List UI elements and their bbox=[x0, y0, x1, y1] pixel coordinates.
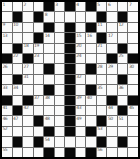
clue-number: 44 bbox=[108, 105, 113, 110]
white-cell[interactable] bbox=[13, 64, 23, 73]
white-cell[interactable] bbox=[23, 33, 33, 42]
white-cell[interactable]: 22 bbox=[13, 54, 23, 63]
white-cell[interactable]: 54 bbox=[44, 137, 54, 146]
black-cell bbox=[65, 44, 75, 53]
black-cell bbox=[97, 137, 107, 146]
black-cell bbox=[44, 127, 54, 136]
white-cell[interactable] bbox=[76, 23, 86, 32]
white-cell[interactable] bbox=[118, 33, 128, 42]
white-cell[interactable]: 32 bbox=[76, 75, 86, 84]
white-cell[interactable] bbox=[55, 85, 65, 94]
white-cell[interactable]: 51 bbox=[118, 116, 128, 125]
black-cell bbox=[2, 96, 12, 105]
white-cell[interactable] bbox=[34, 75, 44, 84]
white-cell[interactable]: 3 bbox=[55, 2, 65, 11]
white-cell[interactable] bbox=[128, 33, 138, 42]
clue-number: 12 bbox=[118, 22, 123, 27]
white-cell[interactable] bbox=[128, 148, 138, 157]
white-cell[interactable]: 29 bbox=[107, 64, 117, 73]
clue-number: 30 bbox=[129, 64, 134, 69]
white-cell[interactable]: 41 bbox=[2, 106, 12, 115]
white-cell[interactable] bbox=[34, 127, 44, 136]
black-cell bbox=[65, 148, 75, 157]
black-cell bbox=[44, 23, 54, 32]
black-cell bbox=[118, 137, 128, 146]
black-cell bbox=[86, 85, 96, 94]
black-cell bbox=[34, 12, 44, 21]
clue-number: 36 bbox=[118, 85, 123, 90]
white-cell[interactable] bbox=[86, 137, 96, 146]
white-cell[interactable]: 53 bbox=[97, 127, 107, 136]
white-cell[interactable]: 14 bbox=[44, 33, 54, 42]
white-cell[interactable] bbox=[55, 12, 65, 21]
white-cell[interactable] bbox=[13, 96, 23, 105]
white-cell[interactable] bbox=[65, 137, 75, 146]
clue-number: 31 bbox=[24, 74, 29, 79]
white-cell[interactable] bbox=[23, 148, 33, 157]
white-cell[interactable]: 27 bbox=[23, 64, 33, 73]
white-cell[interactable] bbox=[23, 12, 33, 21]
black-cell bbox=[118, 75, 128, 84]
clue-number: 32 bbox=[76, 74, 81, 79]
black-cell bbox=[128, 96, 138, 105]
white-cell[interactable] bbox=[34, 2, 44, 11]
white-cell[interactable]: 36 bbox=[118, 85, 128, 94]
clue-number: 27 bbox=[24, 64, 29, 69]
white-cell[interactable] bbox=[86, 116, 96, 125]
clue-number: 20 bbox=[76, 43, 81, 48]
white-cell[interactable] bbox=[34, 23, 44, 32]
black-cell bbox=[13, 75, 23, 84]
white-cell[interactable] bbox=[34, 85, 44, 94]
white-cell[interactable]: 12 bbox=[118, 23, 128, 32]
clue-number: 48 bbox=[45, 116, 50, 121]
clue-number: 45 bbox=[129, 105, 134, 110]
white-cell[interactable]: 20 bbox=[76, 44, 86, 53]
white-cell[interactable] bbox=[118, 127, 128, 136]
white-cell[interactable] bbox=[44, 54, 54, 63]
clue-number: 47 bbox=[13, 116, 18, 121]
black-cell bbox=[86, 23, 96, 32]
white-cell[interactable]: 16 bbox=[86, 33, 96, 42]
white-cell[interactable] bbox=[55, 127, 65, 136]
white-cell[interactable] bbox=[55, 75, 65, 84]
black-cell bbox=[97, 33, 107, 42]
clue-number: 23 bbox=[34, 53, 39, 58]
black-cell bbox=[86, 127, 96, 136]
clue-number: 39 bbox=[76, 95, 81, 100]
white-cell[interactable] bbox=[34, 106, 44, 115]
white-cell[interactable] bbox=[128, 44, 138, 53]
clue-number: 38 bbox=[45, 95, 50, 100]
white-cell[interactable]: 50 bbox=[107, 116, 117, 125]
white-cell[interactable]: 2 bbox=[23, 2, 33, 11]
crossword-grid: 1234567891011121314151617181920212223242… bbox=[0, 0, 140, 159]
clue-number: 13 bbox=[3, 33, 8, 38]
black-cell bbox=[13, 137, 23, 146]
clue-number: 54 bbox=[45, 137, 50, 142]
white-cell[interactable]: 31 bbox=[23, 75, 33, 84]
white-cell[interactable] bbox=[55, 116, 65, 125]
clue-number: 55 bbox=[3, 147, 8, 152]
black-cell bbox=[65, 127, 75, 136]
white-cell[interactable]: 34 bbox=[13, 85, 23, 94]
clue-number: 37 bbox=[34, 95, 39, 100]
clue-number: 4 bbox=[76, 2, 78, 7]
white-cell[interactable] bbox=[2, 12, 12, 21]
black-cell bbox=[65, 75, 75, 84]
white-cell[interactable] bbox=[107, 148, 117, 157]
black-cell bbox=[2, 54, 12, 63]
black-cell bbox=[86, 64, 96, 73]
white-cell[interactable]: 19 bbox=[34, 44, 44, 53]
white-cell[interactable] bbox=[118, 64, 128, 73]
black-cell bbox=[128, 54, 138, 63]
black-cell bbox=[13, 106, 23, 115]
white-cell[interactable] bbox=[55, 106, 65, 115]
clue-number: 34 bbox=[13, 85, 18, 90]
white-cell[interactable]: 45 bbox=[128, 106, 138, 115]
white-cell[interactable]: 35 bbox=[97, 85, 107, 94]
white-cell[interactable] bbox=[34, 64, 44, 73]
white-cell[interactable] bbox=[76, 12, 86, 21]
clue-number: 42 bbox=[24, 105, 29, 110]
white-cell[interactable] bbox=[13, 127, 23, 136]
clue-number: 49 bbox=[76, 116, 81, 121]
black-cell bbox=[65, 106, 75, 115]
black-cell bbox=[97, 116, 107, 125]
white-cell[interactable] bbox=[55, 44, 65, 53]
white-cell[interactable] bbox=[76, 148, 86, 157]
white-cell[interactable]: 8 bbox=[44, 12, 54, 21]
white-cell[interactable] bbox=[76, 85, 86, 94]
white-cell[interactable] bbox=[76, 127, 86, 136]
white-cell[interactable] bbox=[23, 127, 33, 136]
white-cell[interactable]: 43 bbox=[76, 106, 86, 115]
white-cell[interactable]: 10 bbox=[13, 23, 23, 32]
white-cell[interactable] bbox=[86, 12, 96, 21]
white-cell[interactable]: 17 bbox=[107, 33, 117, 42]
white-cell[interactable] bbox=[107, 85, 117, 94]
white-cell[interactable] bbox=[86, 54, 96, 63]
white-cell[interactable] bbox=[44, 106, 54, 115]
white-cell[interactable]: 56 bbox=[97, 148, 107, 157]
white-cell[interactable] bbox=[86, 106, 96, 115]
clue-number: 29 bbox=[108, 64, 113, 69]
white-cell[interactable] bbox=[76, 64, 86, 73]
white-cell[interactable]: 55 bbox=[2, 148, 12, 157]
black-cell bbox=[65, 2, 75, 11]
white-cell[interactable] bbox=[128, 75, 138, 84]
black-cell bbox=[23, 54, 33, 63]
white-cell[interactable] bbox=[128, 137, 138, 146]
white-cell[interactable] bbox=[55, 148, 65, 157]
clue-number: 53 bbox=[97, 126, 102, 131]
white-cell[interactable]: 5 bbox=[97, 2, 107, 11]
clue-number: 7 bbox=[129, 2, 131, 7]
white-cell[interactable] bbox=[118, 2, 128, 11]
clue-number: 3 bbox=[55, 2, 57, 7]
white-cell[interactable]: 15 bbox=[76, 33, 86, 42]
white-cell[interactable] bbox=[34, 148, 44, 157]
black-cell bbox=[13, 44, 23, 53]
clue-number: 40 bbox=[87, 95, 92, 100]
clue-number: 43 bbox=[76, 105, 81, 110]
white-cell[interactable]: 40 bbox=[86, 96, 96, 105]
black-cell bbox=[65, 64, 75, 73]
white-cell[interactable] bbox=[23, 85, 33, 94]
black-cell bbox=[118, 12, 128, 21]
white-cell[interactable] bbox=[2, 137, 12, 146]
black-cell bbox=[118, 44, 128, 53]
clue-number: 17 bbox=[108, 33, 113, 38]
white-cell[interactable] bbox=[128, 116, 138, 125]
white-cell[interactable]: 1 bbox=[2, 2, 12, 11]
clue-number: 21 bbox=[97, 43, 102, 48]
white-cell[interactable]: 48 bbox=[44, 116, 54, 125]
white-cell[interactable]: 37 bbox=[34, 96, 44, 105]
white-cell[interactable]: 11 bbox=[97, 23, 107, 32]
white-cell[interactable] bbox=[86, 44, 96, 53]
black-cell bbox=[107, 96, 117, 105]
white-cell[interactable] bbox=[55, 23, 65, 32]
white-cell[interactable] bbox=[128, 23, 138, 32]
clue-number: 56 bbox=[97, 147, 102, 152]
white-cell[interactable]: 9 bbox=[2, 23, 12, 32]
black-cell bbox=[44, 148, 54, 157]
black-cell bbox=[34, 116, 44, 125]
white-cell[interactable] bbox=[76, 137, 86, 146]
clue-number: 33 bbox=[3, 85, 8, 90]
white-cell[interactable]: 38 bbox=[44, 96, 54, 105]
clue-number: 10 bbox=[13, 22, 18, 27]
white-cell[interactable] bbox=[55, 33, 65, 42]
clue-number: 9 bbox=[3, 22, 5, 27]
white-cell[interactable] bbox=[86, 75, 96, 84]
clue-number: 11 bbox=[97, 22, 102, 27]
white-cell[interactable]: 49 bbox=[76, 116, 86, 125]
white-cell[interactable] bbox=[107, 23, 117, 32]
white-cell[interactable]: 33 bbox=[2, 85, 12, 94]
white-cell[interactable]: 7 bbox=[128, 2, 138, 11]
white-cell[interactable] bbox=[2, 44, 12, 53]
white-cell[interactable] bbox=[97, 106, 107, 115]
white-cell[interactable]: 46 bbox=[2, 116, 12, 125]
white-cell[interactable] bbox=[65, 12, 75, 21]
white-cell[interactable] bbox=[128, 85, 138, 94]
white-cell[interactable] bbox=[55, 64, 65, 73]
black-cell bbox=[107, 54, 117, 63]
clue-number: 18 bbox=[24, 43, 29, 48]
white-cell[interactable]: 25 bbox=[118, 54, 128, 63]
white-cell[interactable] bbox=[55, 137, 65, 146]
black-cell bbox=[44, 2, 54, 11]
clue-number: 28 bbox=[97, 64, 102, 69]
white-cell[interactable] bbox=[107, 12, 117, 21]
white-cell[interactable] bbox=[97, 54, 107, 63]
white-cell[interactable]: 4 bbox=[76, 2, 86, 11]
white-cell[interactable]: 52 bbox=[2, 127, 12, 136]
white-cell[interactable]: 6 bbox=[107, 2, 117, 11]
clue-number: 6 bbox=[108, 2, 110, 7]
white-cell[interactable] bbox=[118, 96, 128, 105]
clue-number: 25 bbox=[118, 53, 123, 58]
white-cell[interactable] bbox=[107, 44, 117, 53]
white-cell[interactable]: 23 bbox=[34, 54, 44, 63]
white-cell[interactable] bbox=[2, 75, 12, 84]
clue-number: 2 bbox=[24, 2, 26, 7]
clue-number: 51 bbox=[118, 116, 123, 121]
white-cell[interactable] bbox=[44, 75, 54, 84]
clue-number: 16 bbox=[87, 33, 92, 38]
white-cell[interactable] bbox=[107, 127, 117, 136]
white-cell[interactable]: 39 bbox=[76, 96, 86, 105]
clue-number: 35 bbox=[97, 85, 102, 90]
black-cell bbox=[65, 116, 75, 125]
clue-number: 26 bbox=[3, 64, 8, 69]
clue-number: 15 bbox=[76, 33, 81, 38]
black-cell bbox=[65, 23, 75, 32]
black-cell bbox=[97, 12, 107, 21]
clue-number: 19 bbox=[34, 43, 39, 48]
white-cell[interactable] bbox=[44, 44, 54, 53]
clue-number: 46 bbox=[3, 116, 8, 121]
clue-number: 5 bbox=[97, 2, 99, 7]
clue-number: 1 bbox=[3, 2, 5, 7]
black-cell bbox=[13, 12, 23, 21]
white-cell[interactable] bbox=[23, 23, 33, 32]
black-cell bbox=[44, 64, 54, 73]
black-cell bbox=[34, 33, 44, 42]
white-cell[interactable] bbox=[107, 75, 117, 84]
clue-number: 24 bbox=[76, 53, 81, 58]
white-cell[interactable]: 47 bbox=[13, 116, 23, 125]
clue-number: 8 bbox=[45, 12, 47, 17]
white-cell[interactable] bbox=[13, 33, 23, 42]
black-cell bbox=[65, 85, 75, 94]
black-cell bbox=[118, 106, 128, 115]
clue-number: 41 bbox=[3, 105, 8, 110]
clue-number: 22 bbox=[13, 53, 18, 58]
black-cell bbox=[65, 33, 75, 42]
white-cell[interactable] bbox=[23, 116, 33, 125]
white-cell[interactable]: 30 bbox=[128, 64, 138, 73]
black-cell bbox=[86, 2, 96, 11]
white-cell[interactable] bbox=[118, 148, 128, 157]
white-cell[interactable]: 26 bbox=[2, 64, 12, 73]
white-cell[interactable]: 18 bbox=[23, 44, 33, 53]
white-cell[interactable]: 21 bbox=[97, 44, 107, 53]
white-cell[interactable]: 44 bbox=[107, 106, 117, 115]
clue-number: 14 bbox=[45, 33, 50, 38]
black-cell bbox=[86, 148, 96, 157]
white-cell[interactable] bbox=[97, 75, 107, 84]
white-cell[interactable]: 24 bbox=[76, 54, 86, 63]
white-cell[interactable]: 13 bbox=[2, 33, 12, 42]
clue-number: 50 bbox=[108, 116, 113, 121]
black-cell bbox=[65, 96, 75, 105]
clue-number: 52 bbox=[3, 126, 8, 131]
black-cell bbox=[23, 96, 33, 105]
white-cell[interactable] bbox=[97, 96, 107, 105]
white-cell[interactable] bbox=[23, 137, 33, 146]
white-cell[interactable] bbox=[55, 54, 65, 63]
black-cell bbox=[65, 54, 75, 63]
white-cell[interactable] bbox=[13, 2, 23, 11]
white-cell[interactable] bbox=[13, 148, 23, 157]
white-cell[interactable] bbox=[107, 137, 117, 146]
black-cell bbox=[44, 85, 54, 94]
white-cell[interactable]: 28 bbox=[97, 64, 107, 73]
white-cell[interactable] bbox=[128, 127, 138, 136]
white-cell[interactable] bbox=[128, 12, 138, 21]
white-cell[interactable]: 42 bbox=[23, 106, 33, 115]
black-cell bbox=[34, 137, 44, 146]
white-cell[interactable] bbox=[55, 96, 65, 105]
